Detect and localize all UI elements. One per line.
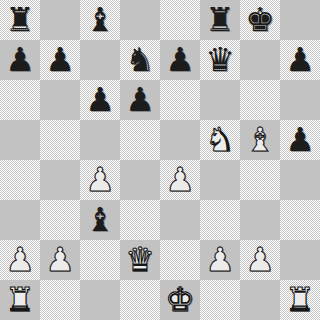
piece-white-queen[interactable]: ♛ bbox=[120, 240, 160, 280]
square-e3[interactable] bbox=[160, 200, 200, 240]
piece-black-rook[interactable]: ♜ bbox=[0, 0, 40, 40]
piece-white-pawn[interactable]: ♟ bbox=[200, 240, 240, 280]
square-e2[interactable] bbox=[160, 240, 200, 280]
square-g4[interactable] bbox=[240, 160, 280, 200]
piece-white-pawn[interactable]: ♟ bbox=[240, 240, 280, 280]
piece-black-bishop[interactable]: ♝ bbox=[80, 0, 120, 40]
square-d1[interactable] bbox=[120, 280, 160, 320]
piece-white-knight[interactable]: ♞ bbox=[200, 120, 240, 160]
piece-black-knight[interactable]: ♞ bbox=[120, 40, 160, 80]
square-d4[interactable] bbox=[120, 160, 160, 200]
square-f8[interactable]: ♜ bbox=[200, 0, 240, 40]
square-c3[interactable]: ♝ bbox=[80, 200, 120, 240]
square-e8[interactable] bbox=[160, 0, 200, 40]
piece-black-bishop[interactable]: ♝ bbox=[80, 200, 120, 240]
square-d8[interactable] bbox=[120, 0, 160, 40]
square-e5[interactable] bbox=[160, 120, 200, 160]
square-a7[interactable]: ♟ bbox=[0, 40, 40, 80]
square-d3[interactable] bbox=[120, 200, 160, 240]
square-b8[interactable] bbox=[40, 0, 80, 40]
square-b3[interactable] bbox=[40, 200, 80, 240]
piece-white-pawn[interactable]: ♟ bbox=[40, 240, 80, 280]
square-d5[interactable] bbox=[120, 120, 160, 160]
square-d6[interactable]: ♟ bbox=[120, 80, 160, 120]
square-f7[interactable]: ♛ bbox=[200, 40, 240, 80]
square-g3[interactable] bbox=[240, 200, 280, 240]
square-h1[interactable]: ♜ bbox=[280, 280, 320, 320]
piece-black-rook[interactable]: ♜ bbox=[200, 0, 240, 40]
square-c4[interactable]: ♟ bbox=[80, 160, 120, 200]
piece-white-rook[interactable]: ♜ bbox=[0, 280, 40, 320]
square-g8[interactable]: ♚ bbox=[240, 0, 280, 40]
square-h2[interactable] bbox=[280, 240, 320, 280]
square-b4[interactable] bbox=[40, 160, 80, 200]
piece-white-rook[interactable]: ♜ bbox=[280, 280, 320, 320]
piece-black-pawn[interactable]: ♟ bbox=[40, 40, 80, 80]
square-b6[interactable] bbox=[40, 80, 80, 120]
piece-white-pawn[interactable]: ♟ bbox=[80, 160, 120, 200]
square-f6[interactable] bbox=[200, 80, 240, 120]
square-f2[interactable]: ♟ bbox=[200, 240, 240, 280]
square-c5[interactable] bbox=[80, 120, 120, 160]
square-a4[interactable] bbox=[0, 160, 40, 200]
square-e4[interactable]: ♟ bbox=[160, 160, 200, 200]
piece-black-pawn[interactable]: ♟ bbox=[280, 40, 320, 80]
square-b5[interactable] bbox=[40, 120, 80, 160]
piece-black-king[interactable]: ♚ bbox=[240, 0, 280, 40]
square-h8[interactable] bbox=[280, 0, 320, 40]
square-b2[interactable]: ♟ bbox=[40, 240, 80, 280]
square-b1[interactable] bbox=[40, 280, 80, 320]
square-d7[interactable]: ♞ bbox=[120, 40, 160, 80]
square-g5[interactable]: ♝ bbox=[240, 120, 280, 160]
square-c1[interactable] bbox=[80, 280, 120, 320]
square-e6[interactable] bbox=[160, 80, 200, 120]
square-b7[interactable]: ♟ bbox=[40, 40, 80, 80]
piece-white-bishop[interactable]: ♝ bbox=[240, 120, 280, 160]
square-a1[interactable]: ♜ bbox=[0, 280, 40, 320]
piece-white-pawn[interactable]: ♟ bbox=[0, 240, 40, 280]
square-g6[interactable] bbox=[240, 80, 280, 120]
square-a8[interactable]: ♜ bbox=[0, 0, 40, 40]
square-f4[interactable] bbox=[200, 160, 240, 200]
square-a2[interactable]: ♟ bbox=[0, 240, 40, 280]
square-g1[interactable] bbox=[240, 280, 280, 320]
square-a6[interactable] bbox=[0, 80, 40, 120]
square-c2[interactable] bbox=[80, 240, 120, 280]
square-d2[interactable]: ♛ bbox=[120, 240, 160, 280]
square-h4[interactable] bbox=[280, 160, 320, 200]
square-h6[interactable] bbox=[280, 80, 320, 120]
square-e1[interactable]: ♚ bbox=[160, 280, 200, 320]
square-f5[interactable]: ♞ bbox=[200, 120, 240, 160]
square-a3[interactable] bbox=[0, 200, 40, 240]
square-f3[interactable] bbox=[200, 200, 240, 240]
square-f1[interactable] bbox=[200, 280, 240, 320]
piece-black-pawn[interactable]: ♟ bbox=[160, 40, 200, 80]
piece-white-pawn[interactable]: ♟ bbox=[160, 160, 200, 200]
square-a5[interactable] bbox=[0, 120, 40, 160]
square-c7[interactable] bbox=[80, 40, 120, 80]
square-e7[interactable]: ♟ bbox=[160, 40, 200, 80]
chess-board: ♜♝♜♚♟♟♞♟♛♟♟♟♞♝♟♟♟♝♟♟♛♟♟♜♚♜ bbox=[0, 0, 320, 320]
square-g7[interactable] bbox=[240, 40, 280, 80]
piece-black-pawn[interactable]: ♟ bbox=[80, 80, 120, 120]
square-h7[interactable]: ♟ bbox=[280, 40, 320, 80]
piece-black-pawn[interactable]: ♟ bbox=[0, 40, 40, 80]
square-c6[interactable]: ♟ bbox=[80, 80, 120, 120]
square-h3[interactable] bbox=[280, 200, 320, 240]
piece-black-pawn[interactable]: ♟ bbox=[120, 80, 160, 120]
piece-white-king[interactable]: ♚ bbox=[160, 280, 200, 320]
square-h5[interactable]: ♟ bbox=[280, 120, 320, 160]
piece-black-queen[interactable]: ♛ bbox=[200, 40, 240, 80]
square-c8[interactable]: ♝ bbox=[80, 0, 120, 40]
square-g2[interactable]: ♟ bbox=[240, 240, 280, 280]
piece-black-pawn[interactable]: ♟ bbox=[280, 120, 320, 160]
